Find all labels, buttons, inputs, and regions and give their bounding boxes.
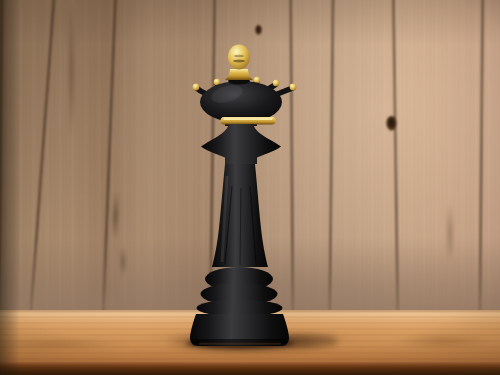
wood-grain-streak [111, 192, 120, 240]
gold-tip-ball [273, 80, 280, 87]
finial-orb-groove [233, 60, 245, 63]
tier-ring [197, 300, 283, 317]
scene-photo [0, 0, 500, 375]
gold-collar-highlight [224, 118, 273, 120]
base-bottom-shadow [192, 339, 287, 346]
wood-grain-streak [68, 2, 75, 137]
flared-collar [201, 124, 281, 164]
gold-tip-ball [290, 84, 297, 91]
gold-collar-ring [221, 117, 276, 125]
chess-piece-black-queen [175, 36, 307, 352]
wood-knot [255, 25, 262, 35]
finial-orb-groove [234, 55, 244, 57]
wood-stain [0, 338, 130, 350]
table-front-edge [0, 362, 500, 375]
base-reflected-light [199, 343, 281, 345]
gold-tip-ball [193, 84, 200, 91]
wood-knot [386, 116, 397, 131]
finial-skirt [225, 69, 253, 80]
wood-stain [396, 334, 491, 348]
